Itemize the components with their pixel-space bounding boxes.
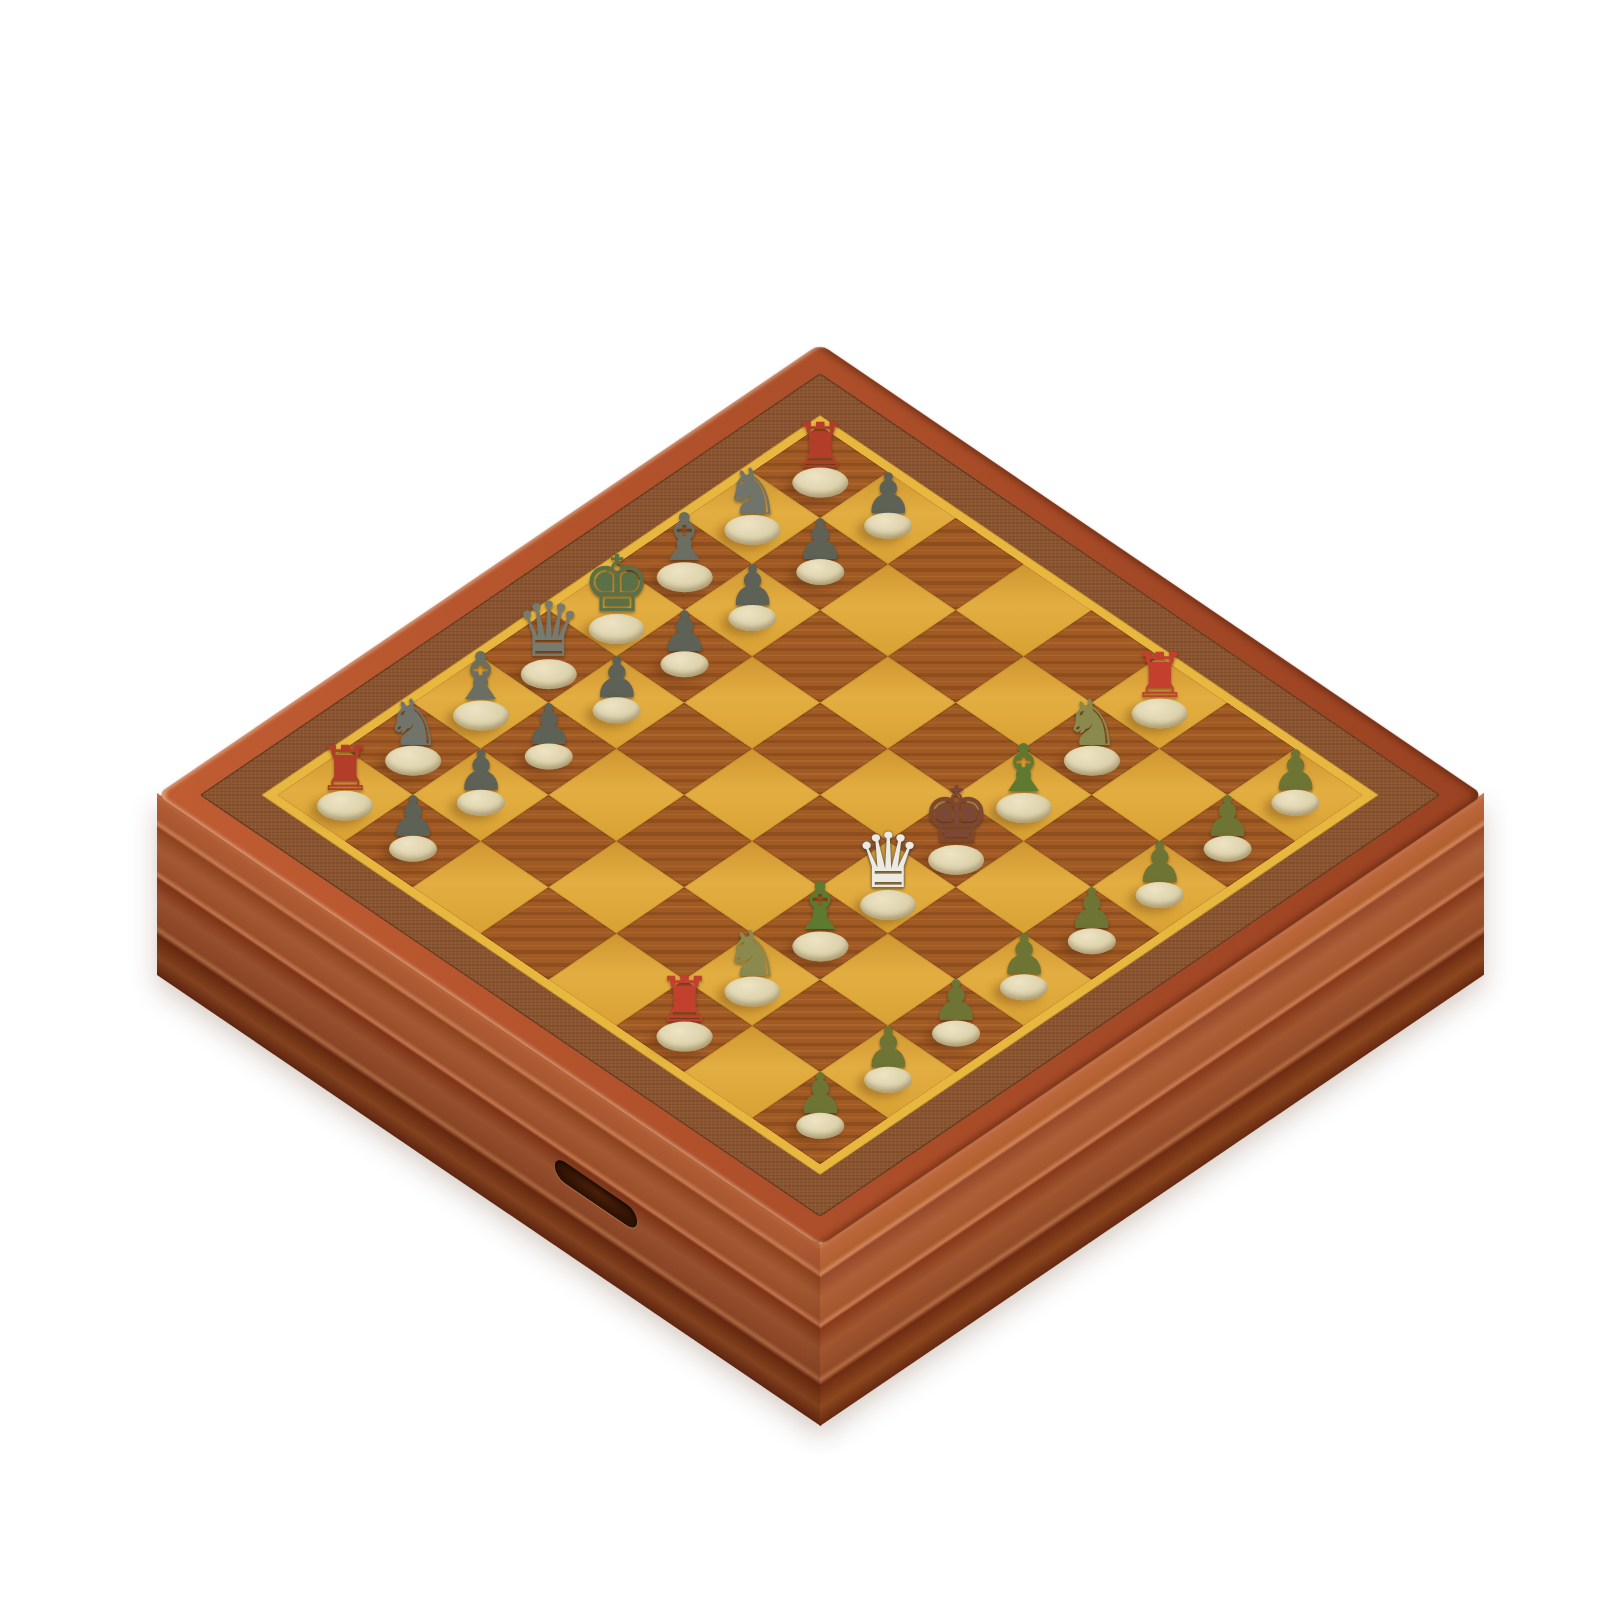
piece-base [724, 976, 780, 1006]
piece-base [796, 559, 844, 585]
piece-black-pawn-g7[interactable]: ♟ [795, 512, 845, 585]
piece-base [860, 890, 916, 920]
piece-white-pawn-d1[interactable]: ♟ [999, 927, 1049, 1000]
piece-base [656, 562, 712, 592]
piece-base [660, 651, 708, 677]
piece-base [453, 700, 509, 730]
drawer-pull-notch[interactable] [555, 1155, 637, 1232]
piece-base [728, 605, 776, 631]
piece-base [588, 614, 644, 644]
king-glyph: ♚ [921, 776, 991, 854]
piece-base [792, 467, 848, 497]
piece-black-bishop-f8[interactable]: ♝ [655, 505, 714, 592]
piece-white-rook-h3[interactable]: ♜ [1131, 645, 1187, 728]
product-photo-scene: ♜♞♝♛♚♝♞♜♟♟♟♟♟♟♟♟♜♞♝♛♚♝♞♜♟♟♟♟♟♟♟♟ [0, 0, 1600, 1600]
queen-glyph: ♛ [854, 823, 922, 899]
piece-black-bishop-c8[interactable]: ♝ [451, 643, 510, 730]
piece-black-rook-h8[interactable]: ♜ [792, 414, 848, 497]
piece-base [864, 1066, 912, 1092]
piece-white-knight-b3[interactable]: ♞ [723, 921, 780, 1006]
bishop-glyph: ♝ [451, 643, 510, 709]
piece-black-pawn-b7[interactable]: ♟ [455, 743, 505, 816]
bishop-glyph: ♝ [790, 874, 849, 940]
piece-black-rook-a8[interactable]: ♜ [317, 737, 373, 820]
piece-base [996, 793, 1052, 823]
piece-white-rook-a3[interactable]: ♜ [656, 968, 712, 1051]
piece-black-pawn-a7[interactable]: ♟ [388, 789, 438, 862]
piece-white-pawn-g1[interactable]: ♟ [1202, 789, 1252, 862]
bishop-glyph: ♝ [655, 505, 714, 571]
piece-base [1203, 836, 1251, 862]
piece-base [932, 1020, 980, 1046]
piece-black-pawn-h7[interactable]: ♟ [863, 466, 913, 539]
piece-base [385, 745, 441, 775]
piece-base [864, 513, 912, 539]
piece-base [1131, 698, 1187, 728]
piece-white-pawn-a1[interactable]: ♟ [795, 1066, 845, 1139]
piece-base [592, 697, 640, 723]
piece-base [524, 743, 572, 769]
piece-base [520, 659, 576, 689]
piece-base [1135, 882, 1183, 908]
piece-base [317, 790, 373, 820]
piece-base [1271, 790, 1319, 816]
piece-black-king-e8[interactable]: ♚ [581, 545, 651, 644]
piece-base [1064, 745, 1120, 775]
piece-white-knight-g3[interactable]: ♞ [1063, 690, 1120, 775]
piece-base [724, 515, 780, 545]
piece-black-pawn-f7[interactable]: ♟ [727, 558, 777, 631]
piece-base [792, 931, 848, 961]
bishop-glyph: ♝ [994, 736, 1053, 802]
piece-white-queen-d3[interactable]: ♛ [854, 823, 922, 920]
piece-black-pawn-c7[interactable]: ♟ [523, 696, 573, 769]
piece-white-pawn-f1[interactable]: ♟ [1134, 835, 1184, 908]
piece-black-queen-d8[interactable]: ♛ [514, 592, 582, 689]
piece-base [1000, 974, 1048, 1000]
piece-black-knight-g8[interactable]: ♞ [723, 460, 780, 545]
piece-white-pawn-h1[interactable]: ♟ [1270, 743, 1320, 816]
king-glyph: ♚ [581, 545, 651, 623]
piece-white-pawn-b1[interactable]: ♟ [863, 1019, 913, 1092]
queen-glyph: ♛ [514, 592, 582, 668]
piece-white-bishop-c3[interactable]: ♝ [790, 874, 849, 961]
piece-black-pawn-e7[interactable]: ♟ [659, 604, 709, 677]
piece-base [656, 1021, 712, 1051]
piece-base [928, 845, 984, 875]
piece-base [389, 836, 437, 862]
piece-white-bishop-f3[interactable]: ♝ [994, 736, 1053, 823]
piece-white-king-e3[interactable]: ♚ [921, 776, 991, 875]
piece-base [796, 1113, 844, 1139]
piece-white-pawn-e1[interactable]: ♟ [1066, 881, 1116, 954]
piece-white-pawn-c1[interactable]: ♟ [931, 973, 981, 1046]
piece-base [1068, 928, 1116, 954]
piece-base [457, 790, 505, 816]
piece-black-knight-b8[interactable]: ♞ [384, 690, 441, 775]
piece-black-pawn-d7[interactable]: ♟ [591, 650, 641, 723]
